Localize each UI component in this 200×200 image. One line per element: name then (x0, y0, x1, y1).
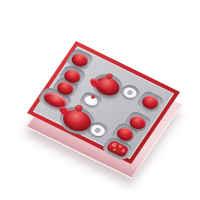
box-lid-rim (27, 41, 180, 164)
product-photo (0, 0, 200, 200)
lid-with-knob-knob (90, 94, 96, 99)
gift-box (27, 41, 180, 164)
